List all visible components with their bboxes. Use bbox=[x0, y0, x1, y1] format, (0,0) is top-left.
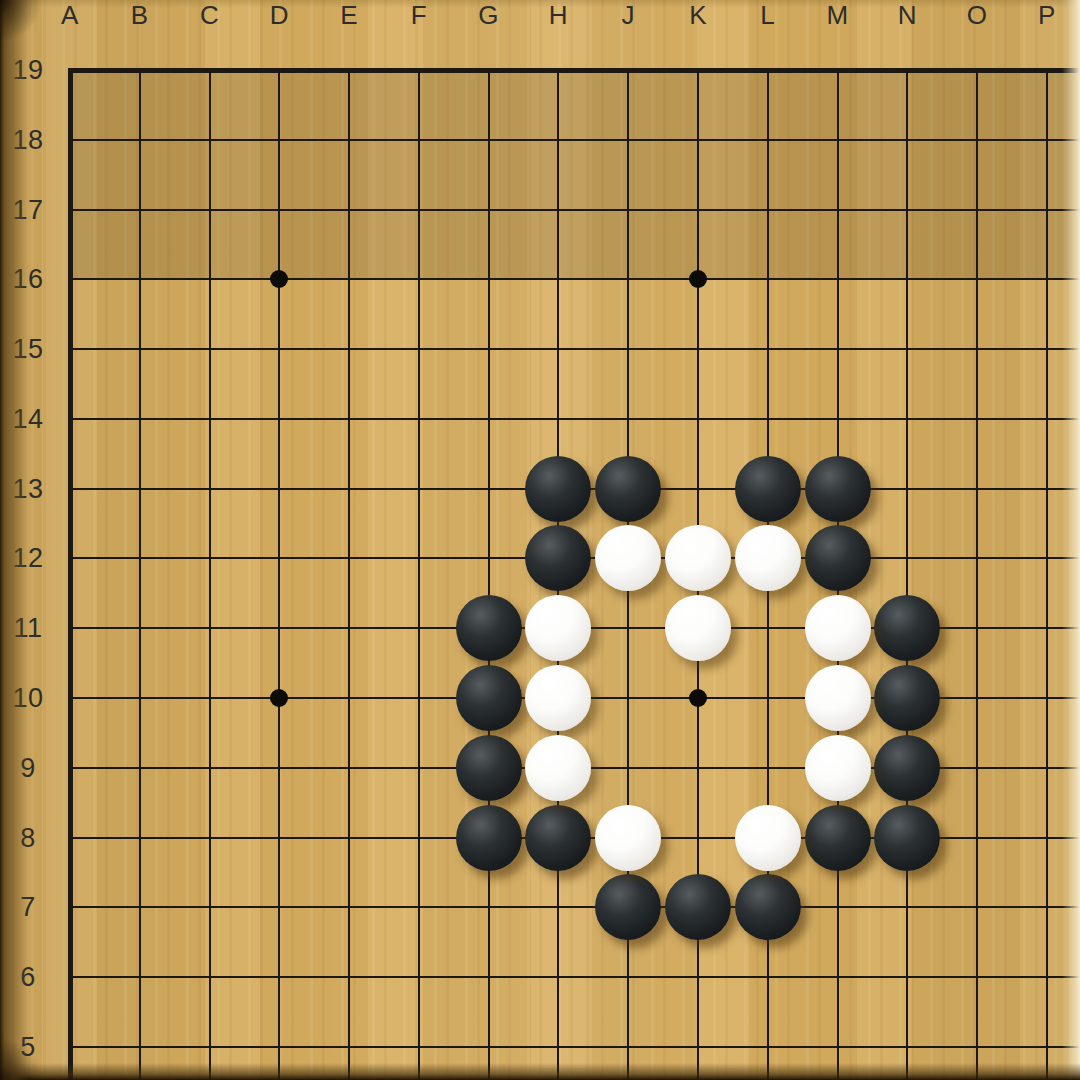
star-point-k16 bbox=[689, 270, 707, 288]
column-label-a: A bbox=[48, 0, 92, 30]
row-label-8: 8 bbox=[4, 822, 52, 854]
grid-line-vertical bbox=[1046, 68, 1048, 1080]
column-label-p: P bbox=[1025, 0, 1069, 30]
column-label-l: L bbox=[746, 0, 790, 30]
black-stone-n8 bbox=[874, 805, 940, 871]
row-label-12: 12 bbox=[4, 542, 52, 574]
go-board[interactable]: ABCDEFGHJKLMNOP 191817161514131211109876… bbox=[0, 0, 1080, 1080]
row-label-6: 6 bbox=[4, 961, 52, 993]
grid-line-vertical bbox=[348, 68, 350, 1080]
black-stone-n11 bbox=[874, 595, 940, 661]
grid-line-vertical bbox=[976, 68, 978, 1080]
row-label-7: 7 bbox=[4, 891, 52, 923]
row-label-9: 9 bbox=[4, 752, 52, 784]
black-stone-m8 bbox=[805, 805, 871, 871]
grid-line-vertical bbox=[139, 68, 141, 1080]
column-label-b: B bbox=[118, 0, 162, 30]
row-label-18: 18 bbox=[4, 124, 52, 156]
grid-line-horizontal bbox=[68, 906, 1080, 908]
black-stone-m12 bbox=[805, 525, 871, 591]
black-stone-h13 bbox=[525, 456, 591, 522]
grid-line-horizontal bbox=[68, 139, 1080, 141]
black-stone-h12 bbox=[525, 525, 591, 591]
row-label-15: 15 bbox=[4, 333, 52, 365]
column-label-j: J bbox=[606, 0, 650, 30]
grid-line-horizontal bbox=[68, 976, 1080, 978]
white-stone-k12 bbox=[665, 525, 731, 591]
white-stone-h10 bbox=[525, 665, 591, 731]
black-stone-j13 bbox=[595, 456, 661, 522]
white-stone-h11 bbox=[525, 595, 591, 661]
grid-line-vertical bbox=[906, 68, 908, 1080]
white-stone-m9 bbox=[805, 735, 871, 801]
white-stone-l12 bbox=[735, 525, 801, 591]
row-label-17: 17 bbox=[4, 194, 52, 226]
column-label-m: M bbox=[816, 0, 860, 30]
board-shading-band bbox=[70, 70, 1080, 279]
column-label-d: D bbox=[257, 0, 301, 30]
grid-line-vertical bbox=[278, 68, 280, 1080]
column-label-g: G bbox=[467, 0, 511, 30]
row-label-5: 5 bbox=[4, 1031, 52, 1063]
row-label-19: 19 bbox=[4, 54, 52, 86]
star-point-d16 bbox=[270, 270, 288, 288]
column-label-n: N bbox=[885, 0, 929, 30]
black-stone-n10 bbox=[874, 665, 940, 731]
black-stone-g8 bbox=[456, 805, 522, 871]
row-label-16: 16 bbox=[4, 263, 52, 295]
column-label-h: H bbox=[536, 0, 580, 30]
white-stone-m10 bbox=[805, 665, 871, 731]
white-stone-j8 bbox=[595, 805, 661, 871]
row-label-10: 10 bbox=[4, 682, 52, 714]
white-stone-h9 bbox=[525, 735, 591, 801]
column-label-c: C bbox=[188, 0, 232, 30]
white-stone-m11 bbox=[805, 595, 871, 661]
grid-line-vertical bbox=[68, 68, 73, 1080]
black-stone-h8 bbox=[525, 805, 591, 871]
white-stone-j12 bbox=[595, 525, 661, 591]
grid-line-vertical bbox=[418, 68, 420, 1080]
black-stone-g10 bbox=[456, 665, 522, 731]
grid-line-horizontal bbox=[68, 68, 1080, 73]
board-bottom-edge-shadow bbox=[0, 1063, 1080, 1080]
grid-line-horizontal bbox=[68, 278, 1080, 280]
grid-line-horizontal bbox=[68, 209, 1080, 211]
white-stone-k11 bbox=[665, 595, 731, 661]
black-stone-g9 bbox=[456, 735, 522, 801]
column-label-o: O bbox=[955, 0, 999, 30]
column-label-f: F bbox=[397, 0, 441, 30]
black-stone-n9 bbox=[874, 735, 940, 801]
black-stone-g11 bbox=[456, 595, 522, 661]
black-stone-l13 bbox=[735, 456, 801, 522]
column-label-k: K bbox=[676, 0, 720, 30]
column-label-e: E bbox=[327, 0, 371, 30]
black-stone-l7 bbox=[735, 874, 801, 940]
black-stone-m13 bbox=[805, 456, 871, 522]
grid-line-horizontal bbox=[68, 418, 1080, 420]
star-point-k10 bbox=[689, 689, 707, 707]
star-point-d10 bbox=[270, 689, 288, 707]
grid-line-horizontal bbox=[68, 1046, 1080, 1048]
grid-line-vertical bbox=[209, 68, 211, 1080]
row-label-11: 11 bbox=[4, 612, 52, 644]
row-label-14: 14 bbox=[4, 403, 52, 435]
black-stone-j7 bbox=[595, 874, 661, 940]
white-stone-l8 bbox=[735, 805, 801, 871]
black-stone-k7 bbox=[665, 874, 731, 940]
grid-line-horizontal bbox=[68, 348, 1080, 350]
grid-line-vertical bbox=[488, 68, 490, 1080]
row-label-13: 13 bbox=[4, 473, 52, 505]
